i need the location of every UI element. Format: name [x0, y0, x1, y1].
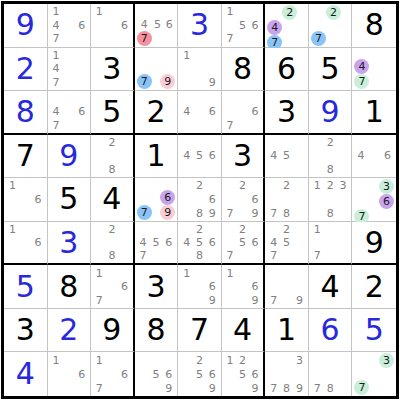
candidate-slot-1 — [180, 136, 193, 150]
cell-r5c3[interactable]: 4 — [91, 178, 135, 222]
candidate-slot-2 — [62, 353, 75, 367]
cell-r2c5[interactable]: 19 — [178, 48, 222, 92]
candidate-grid: 1238 — [311, 179, 350, 220]
candidate-slot-3 — [293, 179, 306, 193]
cell-r4c2[interactable]: 9 — [48, 135, 92, 179]
candidate-slot-1 — [354, 179, 369, 194]
solved-digit: 5 — [16, 272, 35, 302]
cell-r8c1[interactable]: 3 — [4, 309, 48, 353]
candidate-slot-2 — [280, 353, 293, 367]
candidate-slot-9 — [249, 32, 262, 46]
cell-r3c6[interactable]: 67 — [222, 91, 266, 135]
candidate-slot-3 — [293, 266, 306, 280]
candidate-slot-6: 6 — [249, 367, 262, 381]
candidate-slot-2 — [152, 5, 164, 18]
candidate-slot-1: 1 — [93, 5, 106, 19]
cell-r4c5[interactable]: 456 — [178, 135, 222, 179]
candidate-slot-3 — [118, 136, 131, 150]
candidate-slot-1 — [137, 353, 150, 367]
candidate-slot-7: 7 — [267, 381, 280, 395]
given-digit: 4 — [233, 315, 252, 345]
candidate-1: 1 — [96, 6, 103, 17]
cell-r6c3[interactable]: 28 — [91, 222, 135, 266]
candidate-slot-9 — [118, 381, 131, 395]
cell-r7c7[interactable]: 79 — [265, 265, 309, 309]
candidate-slot-4: 4 — [180, 236, 193, 249]
solved-digit: 9 — [16, 10, 35, 40]
candidate-slot-8 — [236, 381, 249, 395]
candidate-slot-4 — [180, 367, 193, 381]
given-digit: 1 — [365, 97, 384, 127]
candidate-slot-5 — [193, 62, 206, 76]
candidate-grid: 17 — [311, 223, 350, 263]
candidate-2: 2 — [108, 137, 115, 148]
candidate-slot-4: 4 — [50, 105, 63, 118]
candidate-grid: 37 — [354, 353, 394, 395]
candidate-2: 2 — [283, 224, 290, 235]
cell-r6c8[interactable]: 17 — [309, 222, 353, 266]
candidate-slot-2 — [62, 49, 75, 63]
candidate-slot-7 — [180, 118, 193, 131]
candidate-slot-7 — [180, 249, 193, 262]
candidate-slot-8: 8 — [106, 163, 119, 177]
cell-r9c1[interactable]: 4 — [4, 352, 48, 396]
given-digit: 2 — [365, 272, 384, 302]
candidate-slot-6 — [297, 20, 306, 35]
cell-r7c4[interactable]: 3 — [135, 265, 179, 309]
cell-r6c4[interactable]: 4567 — [135, 222, 179, 266]
cell-r5c7[interactable]: 278 — [265, 178, 309, 222]
candidate-slot-7 — [354, 163, 367, 177]
candidate-slot-5 — [19, 193, 32, 207]
candidate-5: 5 — [283, 150, 290, 161]
candidate-slot-1 — [354, 49, 369, 60]
candidate-grid: 16 — [6, 223, 45, 263]
candidate-slot-4 — [6, 193, 19, 207]
cell-r1c4[interactable]: 4567 — [135, 4, 179, 48]
candidate-grid: 278 — [267, 179, 306, 220]
candidate-slot-8 — [152, 31, 164, 46]
candidate-2: 2 — [239, 355, 246, 366]
candidate-slot-8 — [368, 163, 381, 177]
cell-r2c4[interactable]: 79 — [135, 48, 179, 92]
candidate-slot-7 — [224, 381, 237, 395]
candidate-8: 8 — [327, 383, 334, 394]
candidate-slot-4 — [224, 105, 237, 118]
candidate-slot-6: 6 — [160, 190, 175, 205]
candidate-slot-7: 7 — [137, 74, 152, 89]
cell-r4c6[interactable]: 3 — [222, 135, 266, 179]
candidate-5: 5 — [196, 150, 203, 161]
candidate-slot-7 — [267, 163, 280, 177]
candidate-slot-1: 1 — [224, 266, 237, 280]
candidate-slot-6: 6 — [206, 280, 219, 294]
cell-r7c8[interactable]: 4 — [309, 265, 353, 309]
candidate-4: 4 — [183, 150, 190, 161]
cell-r1c6[interactable]: 1567 — [222, 4, 266, 48]
candidate-slot-8 — [62, 118, 75, 131]
candidate-slot-4 — [137, 190, 152, 205]
candidate-slot-6 — [160, 61, 175, 74]
candidate-slot-4 — [93, 236, 106, 249]
cell-r2c6[interactable]: 8 — [222, 48, 266, 92]
candidate-slot-2: 2 — [193, 179, 206, 193]
candidate-slot-8 — [150, 381, 163, 395]
candidate-6: 6 — [252, 369, 259, 380]
candidate-slot-8 — [193, 381, 206, 395]
candidate-9: 9 — [165, 383, 172, 394]
candidate-slot-3 — [118, 5, 131, 19]
cell-r9c6[interactable]: 12569 — [222, 352, 266, 396]
candidate-slot-3 — [337, 223, 350, 236]
candidate-slot-5: 5 — [193, 367, 206, 381]
candidate-slot-4 — [180, 280, 193, 294]
sudoku-board: 9146716456731567247278214737919865478467… — [1, 1, 399, 399]
candidate-grid: 4567 — [137, 223, 176, 263]
candidate-slot-8 — [19, 206, 32, 220]
candidate-grid: 456 — [180, 136, 219, 177]
given-digit: 1 — [277, 315, 296, 345]
candidate-slot-7: 7 — [137, 249, 150, 262]
candidate-slot-9 — [381, 163, 394, 177]
candidate-grid: 2569 — [180, 353, 219, 395]
candidate-slot-5 — [62, 367, 75, 381]
candidate-slot-9: 9 — [162, 381, 175, 395]
candidate-slot-8: 8 — [324, 206, 337, 220]
candidate-grid: 2567 — [224, 223, 262, 263]
candidate-6: 6 — [209, 369, 216, 380]
candidate-slot-6: 6 — [206, 193, 219, 207]
candidate-slot-7 — [50, 381, 63, 395]
candidate-7: 7 — [314, 383, 321, 394]
cell-r3c4[interactable]: 2 — [135, 91, 179, 135]
cell-r3c3[interactable]: 5 — [91, 91, 135, 135]
cell-r9c8[interactable]: 78 — [309, 352, 353, 396]
candidate-slot-7: 7 — [224, 249, 237, 262]
candidate-slot-7 — [93, 32, 106, 46]
candidate-slot-9 — [337, 381, 350, 395]
cell-r2c1[interactable]: 2 — [4, 48, 48, 92]
cell-r1c5[interactable]: 3 — [178, 4, 222, 48]
candidate-slot-6: 6 — [162, 367, 175, 381]
candidate-slot-7 — [93, 249, 106, 262]
candidate-slot-3 — [293, 223, 306, 236]
candidate-1: 1 — [227, 6, 234, 17]
cell-r2c3[interactable]: 3 — [91, 48, 135, 92]
cell-r5c9[interactable]: 367 — [352, 178, 396, 222]
candidate-slot-6: 6 — [379, 194, 394, 209]
candidate-6: 6 — [35, 237, 42, 248]
candidate-slot-5 — [62, 62, 75, 76]
cell-r6c1[interactable]: 16 — [4, 222, 48, 266]
candidate-slot-1 — [180, 92, 193, 105]
candidate-slot-9 — [162, 249, 175, 262]
cell-r8c9[interactable]: 5 — [352, 309, 396, 353]
candidate-9: 9 — [296, 383, 303, 394]
candidate-slot-4 — [50, 367, 63, 381]
cell-r9c7[interactable]: 3789 — [265, 352, 309, 396]
candidate-slot-4: 4 — [267, 236, 280, 249]
candidate-grid: 27 — [311, 5, 350, 46]
candidate-slot-4 — [311, 20, 326, 31]
candidate-slot-1: 1 — [6, 179, 19, 193]
given-digit: 3 — [16, 315, 35, 345]
candidate-slot-3 — [75, 5, 88, 19]
candidate-slot-7: 7 — [50, 32, 63, 46]
candidate-slot-9: 9 — [249, 206, 262, 220]
cell-r1c1[interactable]: 9 — [4, 4, 48, 48]
cell-r4c7[interactable]: 45 — [265, 135, 309, 179]
candidate-slot-1 — [311, 5, 326, 20]
cell-r2c2[interactable]: 147 — [48, 48, 92, 92]
candidate-slot-2 — [193, 49, 206, 63]
candidate-slot-2 — [152, 49, 161, 62]
given-digit: 7 — [190, 315, 209, 345]
candidate-grid: 169 — [224, 266, 262, 307]
cell-r9c4[interactable]: 569 — [135, 352, 179, 396]
cell-r9c2[interactable]: 16 — [48, 352, 92, 396]
cell-r1c3[interactable]: 16 — [91, 4, 135, 48]
candidate-slot-6 — [118, 236, 131, 249]
candidate-slot-3 — [249, 223, 262, 236]
cell-r6c6[interactable]: 2567 — [222, 222, 266, 266]
candidate-slot-7 — [180, 381, 193, 395]
candidate-1: 1 — [52, 50, 59, 61]
candidate-slot-9 — [206, 249, 219, 262]
cell-r4c3[interactable]: 28 — [91, 135, 135, 179]
cell-r5c4[interactable]: 679 — [135, 178, 179, 222]
candidate-slot-2: 2 — [106, 223, 119, 236]
candidate-4-highlight-purple: 4 — [354, 59, 369, 74]
candidate-slot-5 — [280, 367, 293, 381]
candidate-3: 3 — [340, 180, 347, 191]
cell-r7c5[interactable]: 169 — [178, 265, 222, 309]
candidate-grid: 79 — [137, 49, 176, 90]
candidate-grid: 1467 — [50, 5, 89, 46]
candidate-6: 6 — [35, 194, 42, 205]
candidate-7: 7 — [227, 33, 234, 44]
candidate-6: 6 — [121, 281, 128, 292]
candidate-slot-3 — [206, 353, 219, 367]
candidate-slot-7 — [311, 206, 324, 220]
candidate-slot-1 — [311, 136, 324, 150]
candidate-5: 5 — [196, 369, 203, 380]
candidate-8: 8 — [283, 208, 290, 219]
candidate-slot-8 — [369, 380, 379, 395]
cell-r5c5[interactable]: 2689 — [178, 178, 222, 222]
candidate-slot-9: 9 — [206, 76, 219, 90]
candidate-slot-3 — [249, 5, 262, 19]
candidate-slot-4 — [224, 280, 237, 294]
cell-r4c1[interactable]: 7 — [4, 135, 48, 179]
candidate-slot-4 — [6, 236, 19, 249]
candidate-slot-5 — [193, 105, 206, 118]
cell-r1c9[interactable]: 8 — [352, 4, 396, 48]
candidate-1: 1 — [227, 268, 234, 279]
cell-r1c7[interactable]: 247 — [265, 4, 309, 48]
cell-r7c1[interactable]: 5 — [4, 265, 48, 309]
candidate-grid: 16 — [93, 5, 131, 46]
candidate-4: 4 — [141, 19, 148, 30]
cell-r8c3[interactable]: 9 — [91, 309, 135, 353]
candidate-4: 4 — [270, 150, 277, 161]
candidate-slot-5 — [369, 59, 381, 74]
cell-r5c6[interactable]: 2679 — [222, 178, 266, 222]
candidate-6: 6 — [165, 369, 172, 380]
given-digit: 2 — [146, 97, 165, 127]
candidate-slot-2 — [236, 92, 249, 105]
candidate-slot-6: 6 — [249, 19, 262, 33]
candidate-7: 7 — [227, 120, 234, 131]
candidate-grid: 19 — [180, 49, 219, 90]
cell-r6c2[interactable]: 3 — [48, 222, 92, 266]
candidate-slot-8: 8 — [280, 381, 293, 395]
candidate-3-highlight-green: 3 — [379, 179, 394, 194]
candidate-slot-1: 1 — [93, 353, 106, 367]
candidate-6: 6 — [78, 369, 85, 380]
cell-r1c2[interactable]: 1467 — [48, 4, 92, 48]
candidate-6: 6 — [78, 20, 85, 31]
candidate-slot-7: 7 — [267, 249, 280, 262]
given-digit: 3 — [233, 141, 252, 171]
candidate-4: 4 — [52, 106, 59, 117]
cell-r4c4[interactable]: 1 — [135, 135, 179, 179]
candidate-slot-1 — [267, 179, 280, 193]
candidate-slot-2: 2 — [106, 136, 119, 150]
candidate-slot-6: 6 — [118, 367, 131, 381]
cell-r1c8[interactable]: 27 — [309, 4, 353, 48]
candidate-slot-8 — [280, 249, 293, 262]
candidate-slot-3 — [163, 5, 175, 18]
candidate-2-highlight-green: 2 — [282, 5, 297, 20]
given-digit: 3 — [102, 54, 121, 84]
candidate-slot-5 — [236, 105, 249, 118]
candidate-slot-3 — [382, 49, 394, 60]
candidate-5: 5 — [283, 237, 290, 248]
candidate-slot-6 — [337, 149, 350, 163]
cell-r3c5[interactable]: 46 — [178, 91, 222, 135]
candidate-slot-1 — [180, 353, 193, 367]
candidate-7-highlight-green: 7 — [354, 74, 369, 89]
candidate-slot-4 — [311, 149, 324, 163]
candidate-slot-5 — [280, 280, 293, 294]
candidate-6: 6 — [252, 237, 259, 248]
cell-r6c7[interactable]: 2457 — [265, 222, 309, 266]
candidate-1: 1 — [9, 224, 16, 235]
cell-r9c9[interactable]: 37 — [352, 352, 396, 396]
cell-r2c7[interactable]: 6 — [265, 48, 309, 92]
candidate-slot-7: 7 — [354, 74, 369, 89]
candidate-slot-9 — [341, 31, 350, 46]
candidate-slot-6 — [206, 62, 219, 76]
cell-r7c3[interactable]: 167 — [91, 265, 135, 309]
candidate-9: 9 — [209, 383, 216, 394]
candidate-grid: 679 — [137, 179, 176, 220]
cell-r3c9[interactable]: 1 — [352, 91, 396, 135]
candidate-slot-5: 5 — [236, 367, 249, 381]
candidate-slot-2 — [324, 223, 337, 236]
candidate-5: 5 — [239, 20, 246, 31]
candidate-slot-6: 6 — [75, 367, 88, 381]
cell-r2c8[interactable]: 5 — [309, 48, 353, 92]
candidate-slot-3 — [206, 92, 219, 105]
candidate-slot-6: 6 — [32, 193, 45, 207]
given-digit: 6 — [277, 54, 296, 84]
cell-r3c1[interactable]: 8 — [4, 91, 48, 135]
candidate-slot-8 — [19, 249, 32, 262]
candidate-slot-7: 7 — [224, 118, 237, 131]
candidate-slot-4 — [93, 19, 106, 33]
cell-r3c7[interactable]: 3 — [265, 91, 309, 135]
cell-r3c2[interactable]: 467 — [48, 91, 92, 135]
candidate-slot-9 — [118, 163, 131, 177]
cell-r8c5[interactable]: 7 — [178, 309, 222, 353]
sudoku-app: 9146716456731567247278214737919865478467… — [0, 0, 400, 400]
candidate-slot-1 — [93, 223, 106, 236]
cell-r8c2[interactable]: 2 — [48, 309, 92, 353]
candidate-slot-1 — [93, 136, 106, 150]
candidate-slot-2 — [368, 136, 381, 150]
candidate-slot-3 — [249, 92, 262, 105]
cell-r6c9[interactable]: 9 — [352, 222, 396, 266]
cell-r4c9[interactable]: 46 — [352, 135, 396, 179]
cell-r7c9[interactable]: 2 — [352, 265, 396, 309]
cell-r4c8[interactable]: 28 — [309, 135, 353, 179]
cell-r5c1[interactable]: 16 — [4, 178, 48, 222]
cell-r8c4[interactable]: 8 — [135, 309, 179, 353]
candidate-2: 2 — [239, 180, 246, 191]
candidate-slot-4: 4 — [137, 236, 150, 249]
cell-r7c6[interactable]: 169 — [222, 265, 266, 309]
candidate-slot-1 — [137, 49, 152, 62]
candidate-slot-3 — [249, 179, 262, 193]
cell-r8c7[interactable]: 1 — [265, 309, 309, 353]
cell-r3c8[interactable]: 9 — [309, 91, 353, 135]
candidate-6: 6 — [384, 150, 391, 161]
candidate-grid: 16 — [50, 353, 89, 395]
candidate-7: 7 — [314, 250, 321, 261]
cell-r9c3[interactable]: 167 — [91, 352, 135, 396]
candidate-1: 1 — [183, 50, 190, 61]
candidate-grid: 46 — [354, 136, 394, 177]
cell-r6c5[interactable]: 24568 — [178, 222, 222, 266]
candidate-slot-4: 4 — [137, 18, 152, 31]
candidate-slot-8 — [62, 381, 75, 395]
cell-r2c9[interactable]: 47 — [352, 48, 396, 92]
candidate-slot-5 — [324, 193, 337, 207]
candidate-slot-7: 7 — [311, 381, 324, 395]
cell-r8c8[interactable]: 6 — [309, 309, 353, 353]
cell-r9c5[interactable]: 2569 — [178, 352, 222, 396]
candidate-6: 6 — [121, 20, 128, 31]
cell-r8c6[interactable]: 4 — [222, 309, 266, 353]
candidate-slot-5 — [193, 280, 206, 294]
cell-r5c2[interactable]: 5 — [48, 178, 92, 222]
candidate-6-highlight-purple: 6 — [379, 194, 394, 209]
given-digit: 1 — [146, 141, 165, 171]
candidate-slot-1 — [267, 223, 280, 236]
candidate-2: 2 — [239, 224, 246, 235]
cell-r5c8[interactable]: 1238 — [309, 178, 353, 222]
candidate-slot-7 — [6, 249, 19, 262]
candidate-4: 4 — [52, 63, 59, 74]
cell-r7c2[interactable]: 8 — [48, 265, 92, 309]
candidate-slot-2 — [369, 353, 379, 368]
candidate-grid: 167 — [93, 353, 131, 395]
candidate-slot-9 — [75, 381, 88, 395]
candidate-slot-8 — [236, 293, 249, 307]
candidate-slot-5: 5 — [193, 236, 206, 249]
